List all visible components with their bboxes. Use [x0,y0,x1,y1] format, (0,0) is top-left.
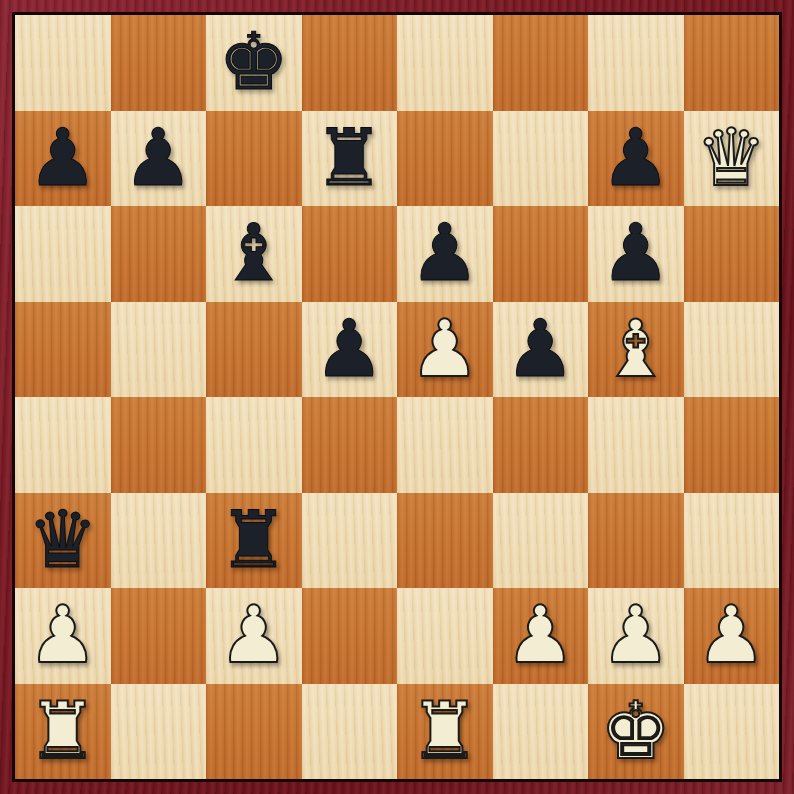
piece-white-king: ♚ [600,692,671,771]
square-b3[interactable] [111,493,207,589]
square-h4[interactable] [684,397,780,493]
square-e6[interactable]: ♟ [397,206,493,302]
piece-black-pawn: ♟ [600,119,671,198]
square-f5[interactable]: ♟ [493,302,589,398]
square-b2[interactable] [111,588,207,684]
square-c1[interactable] [206,684,302,780]
square-g7[interactable]: ♟ [588,111,684,207]
piece-black-pawn: ♟ [409,214,480,293]
square-d3[interactable] [302,493,398,589]
piece-black-king: ♚ [218,23,289,102]
square-g2[interactable]: ♟ [588,588,684,684]
square-g3[interactable] [588,493,684,589]
square-a4[interactable] [15,397,111,493]
piece-white-pawn: ♟ [218,596,289,675]
square-c2[interactable]: ♟ [206,588,302,684]
piece-white-rook: ♜ [409,692,480,771]
piece-black-pawn: ♟ [123,119,194,198]
square-c7[interactable] [206,111,302,207]
square-h5[interactable] [684,302,780,398]
square-c6[interactable]: ♝ [206,206,302,302]
square-c8[interactable]: ♚ [206,15,302,111]
square-b7[interactable]: ♟ [111,111,207,207]
square-e2[interactable] [397,588,493,684]
square-b1[interactable] [111,684,207,780]
square-b6[interactable] [111,206,207,302]
square-f3[interactable] [493,493,589,589]
square-e8[interactable] [397,15,493,111]
piece-black-bishop: ♝ [218,214,289,293]
square-b4[interactable] [111,397,207,493]
piece-black-pawn: ♟ [27,119,98,198]
square-e4[interactable] [397,397,493,493]
square-c3[interactable]: ♜ [206,493,302,589]
square-h1[interactable] [684,684,780,780]
square-c4[interactable] [206,397,302,493]
square-a1[interactable]: ♜ [15,684,111,780]
square-d7[interactable]: ♜ [302,111,398,207]
piece-black-pawn: ♟ [314,310,385,389]
square-d2[interactable] [302,588,398,684]
square-g5[interactable]: ♝ [588,302,684,398]
square-d8[interactable] [302,15,398,111]
piece-white-bishop: ♝ [600,310,671,389]
square-f8[interactable] [493,15,589,111]
square-b5[interactable] [111,302,207,398]
square-a8[interactable] [15,15,111,111]
square-d1[interactable] [302,684,398,780]
square-c5[interactable] [206,302,302,398]
square-f1[interactable] [493,684,589,780]
square-f7[interactable] [493,111,589,207]
square-h6[interactable] [684,206,780,302]
piece-black-queen: ♛ [27,501,98,580]
square-g6[interactable]: ♟ [588,206,684,302]
chess-board: ♚♟♟♜♟♛♝♟♟♟♟♟♝♛♜♟♟♟♟♟♜♜♚ [12,12,782,782]
square-h3[interactable] [684,493,780,589]
piece-white-pawn: ♟ [600,596,671,675]
piece-black-pawn: ♟ [505,310,576,389]
square-g4[interactable] [588,397,684,493]
square-f2[interactable]: ♟ [493,588,589,684]
piece-black-rook: ♜ [314,119,385,198]
square-a7[interactable]: ♟ [15,111,111,207]
square-a5[interactable] [15,302,111,398]
square-h2[interactable]: ♟ [684,588,780,684]
square-a3[interactable]: ♛ [15,493,111,589]
square-f6[interactable] [493,206,589,302]
piece-white-pawn: ♟ [696,596,767,675]
piece-white-pawn: ♟ [27,596,98,675]
piece-black-rook: ♜ [218,501,289,580]
square-g1[interactable]: ♚ [588,684,684,780]
square-d6[interactable] [302,206,398,302]
square-b8[interactable] [111,15,207,111]
piece-white-rook: ♜ [27,692,98,771]
piece-white-queen: ♛ [696,119,767,198]
square-d5[interactable]: ♟ [302,302,398,398]
square-a2[interactable]: ♟ [15,588,111,684]
square-h7[interactable]: ♛ [684,111,780,207]
square-h8[interactable] [684,15,780,111]
square-e5[interactable]: ♟ [397,302,493,398]
board-frame: ♚♟♟♜♟♛♝♟♟♟♟♟♝♛♜♟♟♟♟♟♜♜♚ [0,0,794,794]
piece-white-pawn: ♟ [505,596,576,675]
square-f4[interactable] [493,397,589,493]
square-d4[interactable] [302,397,398,493]
square-a6[interactable] [15,206,111,302]
piece-black-pawn: ♟ [600,214,671,293]
square-g8[interactable] [588,15,684,111]
square-e7[interactable] [397,111,493,207]
piece-white-pawn: ♟ [409,310,480,389]
square-e1[interactable]: ♜ [397,684,493,780]
square-e3[interactable] [397,493,493,589]
